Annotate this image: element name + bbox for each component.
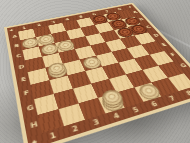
square-a5[interactable] (24, 56, 45, 72)
right-file-label: A (132, 10, 138, 14)
right-file-label: E (161, 42, 168, 47)
piece-light-man[interactable] (134, 82, 161, 101)
right-file-label: G (179, 63, 188, 69)
top-rank-label: 8 (117, 7, 123, 10)
bottom-rank-label: 3 (92, 118, 101, 127)
border-corner-diamond: ◆ (31, 138, 38, 143)
left-file-label: C (16, 53, 22, 58)
bottom-rank-label: 2 (71, 125, 79, 134)
square-a6[interactable] (22, 46, 42, 60)
left-file-label: B (14, 43, 20, 48)
perspective-wrapper: AA11BB22CC33DD44EE55FF66GG77HH88◆◆◆◆ (0, 0, 190, 143)
top-rank-label: 4 (65, 18, 70, 22)
border-corner-diamond: ◆ (128, 6, 132, 8)
left-file-label: G (26, 104, 34, 112)
game-board[interactable]: AA11BB22CC33DD44EE55FF66GG77HH88◆◆◆◆ (4, 3, 190, 143)
photo-scene: AA11BB22CC33DD44EE55FF66GG77HH88◆◆◆◆ (0, 0, 190, 143)
square-c5[interactable] (58, 49, 79, 63)
bottom-rank-label: 7 (168, 95, 177, 103)
border-corner-diamond: ◆ (9, 28, 13, 31)
left-file-label: A (12, 34, 17, 39)
square-b1[interactable] (58, 103, 85, 126)
left-file-label: D (18, 64, 25, 70)
bottom-rank-label: 6 (150, 101, 159, 109)
bottom-rank-label: 5 (132, 106, 141, 114)
right-file-label: F (169, 52, 177, 57)
left-file-label: E (21, 76, 27, 83)
top-rank-label: 5 (78, 15, 83, 19)
right-file-label: D (153, 33, 161, 38)
left-file-label: H (30, 120, 39, 130)
bottom-rank-label: 8 (185, 90, 190, 97)
bottom-rank-label: 4 (112, 112, 121, 121)
board-border-band: AA11BB22CC33DD44EE55FF66GG77HH88◆◆◆◆ (7, 4, 190, 143)
left-file-label: F (23, 89, 29, 96)
bottom-rank-label: 1 (49, 132, 57, 142)
